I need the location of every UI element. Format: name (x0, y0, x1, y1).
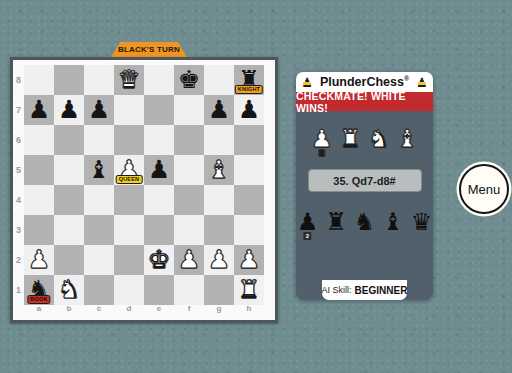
square-g1[interactable] (204, 275, 234, 305)
file-labels: abcdefgh (24, 304, 264, 314)
square-a1[interactable]: ♞ROOK (24, 275, 54, 305)
captured-black-B: ♝ (382, 208, 404, 236)
square-d1[interactable] (114, 275, 144, 305)
piece-white-P-g2[interactable]: ♟ (204, 245, 234, 275)
rank-label-6: 6 (13, 125, 24, 155)
file-label-c: c (84, 304, 114, 314)
pawn-logo-icon: ♟ (416, 76, 428, 89)
square-a4[interactable] (24, 185, 54, 215)
square-c1[interactable] (84, 275, 114, 305)
captured-white-B: ♝ (397, 125, 419, 153)
menu-button-label: Menu (468, 182, 501, 197)
piece-white-P-h2[interactable]: ♟ (234, 245, 264, 275)
ai-skill-label: AI Skill: (322, 285, 352, 295)
file-label-e: e (144, 304, 174, 314)
rank-label-5: 5 (13, 155, 24, 185)
piece-black-B-c5[interactable]: ♝ (84, 155, 114, 185)
square-f1[interactable] (174, 275, 204, 305)
captured-black-P: ♟2 (297, 208, 319, 236)
piece-white-K-e2[interactable]: ♚ (144, 245, 174, 275)
chess-board: 87654321 ♛♚♜KNIGHT♟♟♟♟♟♝♟QUEEN♟♝♟♚♟♟♟♞RO… (10, 57, 278, 323)
piece-white-Q-d8[interactable]: ♛ (114, 65, 144, 95)
piece-black-P-h7[interactable]: ♟ (234, 95, 264, 125)
square-e6[interactable] (144, 125, 174, 155)
square-c3[interactable] (84, 215, 114, 245)
file-label-h: h (234, 304, 264, 314)
vest-badge-knight: KNIGHT (235, 85, 263, 95)
piece-white-R-h1[interactable]: ♜ (234, 275, 264, 305)
last-move-box: 35. Qd7-d8# (308, 169, 422, 192)
piece-white-P-f2[interactable]: ♟ (174, 245, 204, 275)
pawn-logo-icon: ♟ (301, 76, 313, 89)
ai-skill-value: BEGINNER (355, 285, 408, 296)
captured-count-badge: 2 (304, 232, 311, 240)
vest-badge-queen: QUEEN (116, 175, 143, 185)
square-e2[interactable]: ♚ (144, 245, 174, 275)
captured-black-pieces: ♟2♜♞♝♛ (297, 206, 433, 236)
square-a8[interactable] (24, 65, 54, 95)
piece-black-K-f8[interactable]: ♚ (174, 65, 204, 95)
square-f5[interactable] (174, 155, 204, 185)
rank-label-3: 3 (13, 215, 24, 245)
piece-black-P-c7[interactable]: ♟ (84, 95, 114, 125)
app-background: BLACK'S TURN 87654321 ♛♚♜KNIGHT♟♟♟♟♟♝♟QU… (0, 0, 512, 373)
square-e5[interactable]: ♟ (144, 155, 174, 185)
square-c7[interactable]: ♟ (84, 95, 114, 125)
file-label-f: f (174, 304, 204, 314)
registered-mark: ® (404, 75, 409, 82)
board-grid: ♛♚♜KNIGHT♟♟♟♟♟♝♟QUEEN♟♝♟♚♟♟♟♞ROOK♞♜ (24, 65, 264, 305)
square-f6[interactable] (174, 125, 204, 155)
square-a2[interactable]: ♟ (24, 245, 54, 275)
square-g8[interactable] (204, 65, 234, 95)
rank-label-1: 1 (13, 275, 24, 305)
file-label-a: a (24, 304, 54, 314)
captured-white-N: ♞ (368, 125, 390, 153)
square-g5[interactable]: ♝ (204, 155, 234, 185)
square-f8[interactable]: ♚ (174, 65, 204, 95)
square-e8[interactable] (144, 65, 174, 95)
rank-label-7: 7 (13, 95, 24, 125)
square-e1[interactable] (144, 275, 174, 305)
square-b3[interactable] (54, 215, 84, 245)
ai-skill-bar: AI Skill: BEGINNER (322, 280, 408, 300)
square-g3[interactable] (204, 215, 234, 245)
turn-indicator-label: BLACK'S TURN (118, 45, 180, 54)
game-info-panel: ♟ PlunderChess® ♟ CHECKMATE! WHITE WINS!… (296, 72, 433, 300)
square-b1[interactable]: ♞ (54, 275, 84, 305)
square-b2[interactable] (54, 245, 84, 275)
piece-black-P-g7[interactable]: ♟ (204, 95, 234, 125)
square-e3[interactable] (144, 215, 174, 245)
square-h4[interactable] (234, 185, 264, 215)
square-a6[interactable] (24, 125, 54, 155)
square-f3[interactable] (174, 215, 204, 245)
square-f4[interactable] (174, 185, 204, 215)
file-label-g: g (204, 304, 234, 314)
piece-white-N-b1[interactable]: ♞ (54, 275, 84, 305)
captured-black-R: ♜ (325, 208, 347, 236)
piece-white-B-g5[interactable]: ♝ (204, 155, 234, 185)
square-f7[interactable] (174, 95, 204, 125)
captured-white-P: ♟3 (311, 125, 333, 153)
square-g2[interactable]: ♟ (204, 245, 234, 275)
piece-black-P-e5[interactable]: ♟ (144, 155, 174, 185)
turn-indicator-tab: BLACK'S TURN (111, 42, 187, 57)
panel-body: ♟3♜♞♝ 35. Qd7-d8# ♟2♜♞♝♛ AI Skill: BEGIN… (296, 111, 433, 300)
rank-labels: 87654321 (13, 65, 24, 305)
square-b4[interactable] (54, 185, 84, 215)
captured-count-badge: 3 (318, 149, 325, 157)
square-d3[interactable] (114, 215, 144, 245)
square-h6[interactable] (234, 125, 264, 155)
rank-label-8: 8 (13, 65, 24, 95)
square-b5[interactable] (54, 155, 84, 185)
captured-white-R: ♜ (339, 125, 361, 153)
file-label-d: d (114, 304, 144, 314)
square-a5[interactable] (24, 155, 54, 185)
square-h7[interactable]: ♟ (234, 95, 264, 125)
menu-button[interactable]: Menu (459, 164, 509, 214)
square-h1[interactable]: ♜ (234, 275, 264, 305)
square-e7[interactable] (144, 95, 174, 125)
square-d2[interactable] (114, 245, 144, 275)
square-g7[interactable]: ♟ (204, 95, 234, 125)
square-h8[interactable]: ♜KNIGHT (234, 65, 264, 95)
square-c6[interactable] (84, 125, 114, 155)
square-b8[interactable] (54, 65, 84, 95)
square-a3[interactable] (24, 215, 54, 245)
square-d6[interactable] (114, 125, 144, 155)
square-d5[interactable]: ♟QUEEN (114, 155, 144, 185)
app-title: PlunderChess® (320, 75, 409, 89)
square-c5[interactable]: ♝ (84, 155, 114, 185)
square-h5[interactable] (234, 155, 264, 185)
square-d7[interactable] (114, 95, 144, 125)
status-banner-text: CHECKMATE! WHITE WINS! (296, 90, 433, 114)
piece-black-P-b7[interactable]: ♟ (54, 95, 84, 125)
file-label-b: b (54, 304, 84, 314)
square-c2[interactable] (84, 245, 114, 275)
captured-black-N: ♞ (354, 208, 376, 236)
square-h2[interactable]: ♟ (234, 245, 264, 275)
status-banner: CHECKMATE! WHITE WINS! (296, 92, 433, 111)
vest-badge-rook: ROOK (27, 295, 50, 305)
rank-label-4: 4 (13, 185, 24, 215)
square-e4[interactable] (144, 185, 174, 215)
square-h3[interactable] (234, 215, 264, 245)
square-a7[interactable]: ♟ (24, 95, 54, 125)
piece-black-P-a7[interactable]: ♟ (24, 95, 54, 125)
captured-black-Q: ♛ (411, 208, 433, 236)
square-g4[interactable] (204, 185, 234, 215)
square-d8[interactable]: ♛ (114, 65, 144, 95)
piece-white-P-a2[interactable]: ♟ (24, 245, 54, 275)
square-d4[interactable] (114, 185, 144, 215)
square-b6[interactable] (54, 125, 84, 155)
square-g6[interactable] (204, 125, 234, 155)
captured-white-pieces: ♟3♜♞♝ (311, 123, 418, 153)
rank-label-2: 2 (13, 245, 24, 275)
last-move-text: 35. Qd7-d8# (333, 175, 395, 187)
square-c4[interactable] (84, 185, 114, 215)
square-c8[interactable] (84, 65, 114, 95)
square-b7[interactable]: ♟ (54, 95, 84, 125)
square-f2[interactable]: ♟ (174, 245, 204, 275)
